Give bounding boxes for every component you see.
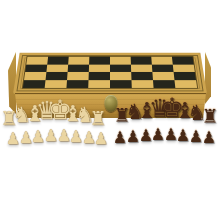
board-square [88, 80, 110, 88]
board-square [110, 57, 131, 64]
board-square [26, 57, 48, 64]
board-square [172, 57, 194, 64]
board-square [68, 57, 89, 64]
board-square [24, 72, 46, 80]
board-square [67, 72, 89, 80]
board-square [47, 57, 68, 64]
board-square [131, 64, 152, 72]
board-square [151, 57, 172, 64]
board-top-face [13, 53, 207, 94]
board-square [131, 57, 152, 64]
box-right-side [205, 52, 211, 104]
board-square [25, 64, 47, 72]
chess-piece-white-rook: ♜ [89, 109, 106, 128]
chess-piece-white-pawn: ♟ [94, 131, 108, 147]
board-square [173, 64, 195, 72]
chess-piece-black-rook: ♜ [201, 107, 218, 126]
board-square [153, 80, 175, 88]
board-square [46, 64, 68, 72]
board-square [110, 64, 131, 72]
board-square [174, 80, 197, 88]
board-square [110, 72, 131, 80]
board-square [89, 57, 110, 64]
board-square [131, 80, 153, 88]
board-square [66, 80, 88, 88]
board-square [174, 72, 196, 80]
board-square [110, 80, 132, 88]
chess-set-product-photo: ♜♞♝♛♚♝♞♜♟♟♟♟♟♟♟♟♜♞♝♛♚♝♞♜♟♟♟♟♟♟♟♟ [0, 0, 220, 220]
checkerboard [22, 56, 198, 89]
board-square [131, 72, 153, 80]
board-square [89, 64, 110, 72]
board-square [45, 80, 67, 88]
board-square [89, 72, 110, 80]
board-square [152, 64, 174, 72]
board-square [152, 72, 174, 80]
board-square [23, 80, 46, 88]
board-square [46, 72, 68, 80]
board-square [68, 64, 89, 72]
chess-piece-black-pawn: ♟ [202, 130, 216, 146]
